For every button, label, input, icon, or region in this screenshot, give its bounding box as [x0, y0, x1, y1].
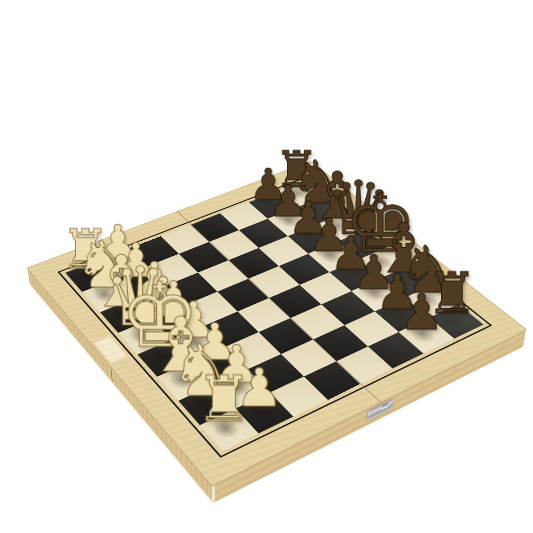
chess-board: ♜♞♝♛♚♝♞♜♟♟♟♟♟♟♟♟♟♟♟♟♟♟♟♟♜♞♝♛♚♝♞♜ — [65, 181, 483, 451]
board-frame: ♜♞♝♛♚♝♞♜♟♟♟♟♟♟♟♟♟♟♟♟♟♟♟♟♜♞♝♛♚♝♞♜ — [57, 177, 492, 458]
white-rook-h1[interactable]: ♜ — [177, 368, 271, 432]
perspective-scene: ♜♞♝♛♚♝♞♜♟♟♟♟♟♟♟♟♟♟♟♟♟♟♟♟♜♞♝♛♚♝♞♜ — [0, 0, 533, 533]
black-pawn-h7[interactable]: ♟ — [379, 288, 465, 337]
chess-box: ♜♞♝♛♚♝♞♜♟♟♟♟♟♟♟♟♟♟♟♟♟♟♟♟♜♞♝♛♚♝♞♜ — [26, 161, 527, 487]
clasp-latch-icon — [368, 398, 394, 421]
square-h1[interactable]: ♜ — [200, 408, 259, 450]
fold-seam-side — [110, 366, 112, 382]
product-photo-stage: ♜♞♝♛♚♝♞♜♟♟♟♟♟♟♟♟♟♟♟♟♟♟♟♟♜♞♝♛♚♝♞♜ — [0, 0, 533, 533]
